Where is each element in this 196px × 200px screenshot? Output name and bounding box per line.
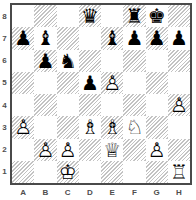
square-h1[interactable]: ♜♖ — [168, 161, 190, 183]
square-g3[interactable] — [146, 116, 168, 138]
square-e4[interactable] — [101, 94, 123, 116]
white-pawn-b2: ♟♙ — [34, 139, 56, 161]
file-label-a: A — [12, 186, 34, 198]
square-c3[interactable] — [57, 116, 79, 138]
square-e5[interactable]: ♟♙ — [101, 72, 123, 94]
white-rook-h1: ♜♖ — [168, 161, 190, 183]
white-pawn-h4: ♟♙ — [168, 94, 190, 116]
square-c2[interactable]: ♟♙ — [57, 139, 79, 161]
rank-labels: 87654321 — [0, 5, 9, 183]
square-a7[interactable]: ♟ — [12, 27, 34, 49]
square-b3[interactable] — [34, 116, 56, 138]
square-e6[interactable] — [101, 50, 123, 72]
rank-label-7: 7 — [0, 27, 9, 49]
square-h7[interactable]: ♟ — [168, 27, 190, 49]
square-b6[interactable]: ♟ — [34, 50, 56, 72]
square-a2[interactable] — [12, 139, 34, 161]
square-e1[interactable] — [101, 161, 123, 183]
black-pawn-g7: ♟ — [146, 27, 168, 49]
square-f2[interactable] — [123, 139, 145, 161]
black-bishop-e7: ♝ — [101, 27, 123, 49]
square-a1[interactable] — [12, 161, 34, 183]
square-g2[interactable]: ♟♙ — [146, 139, 168, 161]
white-knight-f3: ♞♘ — [123, 116, 145, 138]
square-e8[interactable] — [101, 5, 123, 27]
file-label-e: E — [101, 186, 123, 198]
black-rook-f8: ♜ — [123, 5, 145, 27]
square-c4[interactable] — [57, 94, 79, 116]
rank-label-8: 8 — [0, 5, 9, 27]
white-queen-e2: ♛♕ — [101, 139, 123, 161]
file-label-h: H — [168, 186, 190, 198]
rank-label-5: 5 — [0, 72, 9, 94]
square-h4[interactable]: ♟♙ — [168, 94, 190, 116]
file-label-c: C — [57, 186, 79, 198]
square-d2[interactable] — [79, 139, 101, 161]
black-bishop-b7: ♝ — [34, 27, 56, 49]
square-e7[interactable]: ♝ — [101, 27, 123, 49]
square-d7[interactable] — [79, 27, 101, 49]
square-a3[interactable]: ♟♙ — [12, 116, 34, 138]
square-b7[interactable]: ♝ — [34, 27, 56, 49]
square-a6[interactable] — [12, 50, 34, 72]
square-b4[interactable] — [34, 94, 56, 116]
square-c1[interactable]: ♚♔ — [57, 161, 79, 183]
rank-label-4: 4 — [0, 94, 9, 116]
square-b2[interactable]: ♟♙ — [34, 139, 56, 161]
black-pawn-b6: ♟ — [34, 50, 56, 72]
black-knight-c6: ♞ — [57, 50, 79, 72]
rank-label-2: 2 — [0, 139, 9, 161]
square-f1[interactable] — [123, 161, 145, 183]
square-a5[interactable] — [12, 72, 34, 94]
square-a4[interactable] — [12, 94, 34, 116]
file-label-f: F — [123, 186, 145, 198]
square-g4[interactable] — [146, 94, 168, 116]
black-pawn-d5: ♟ — [79, 72, 101, 94]
black-queen-d8: ♛ — [79, 5, 101, 27]
black-pawn-a7: ♟ — [12, 27, 34, 49]
white-pawn-g2: ♟♙ — [146, 139, 168, 161]
file-label-g: G — [146, 186, 168, 198]
square-h5[interactable] — [168, 72, 190, 94]
square-f3[interactable]: ♞♘ — [123, 116, 145, 138]
black-king-g8: ♚ — [146, 5, 168, 27]
file-labels: ABCDEFGH — [12, 186, 190, 198]
square-d3[interactable]: ♝♗ — [79, 116, 101, 138]
square-h2[interactable] — [168, 139, 190, 161]
square-e2[interactable]: ♛♕ — [101, 139, 123, 161]
white-pawn-a3: ♟♙ — [12, 116, 34, 138]
white-bishop-e3: ♝♗ — [101, 116, 123, 138]
square-c6[interactable]: ♞ — [57, 50, 79, 72]
board: ♛♜♚♟♝♝♟♟♟♟♞♟♟♙♟♙♟♙♝♗♝♗♞♘♟♙♟♙♛♕♟♙♚♔♜♖ — [10, 3, 192, 185]
square-g6[interactable] — [146, 50, 168, 72]
square-b8[interactable] — [34, 5, 56, 27]
square-d1[interactable] — [79, 161, 101, 183]
square-d6[interactable] — [79, 50, 101, 72]
square-c5[interactable] — [57, 72, 79, 94]
square-h3[interactable] — [168, 116, 190, 138]
black-pawn-f7: ♟ — [123, 27, 145, 49]
file-label-d: D — [79, 186, 101, 198]
square-g1[interactable] — [146, 161, 168, 183]
square-c7[interactable] — [57, 27, 79, 49]
square-b5[interactable] — [34, 72, 56, 94]
square-f4[interactable] — [123, 94, 145, 116]
square-b1[interactable] — [34, 161, 56, 183]
square-f6[interactable] — [123, 50, 145, 72]
square-e3[interactable]: ♝♗ — [101, 116, 123, 138]
square-d4[interactable] — [79, 94, 101, 116]
rank-label-3: 3 — [0, 116, 9, 138]
white-king-c1: ♚♔ — [57, 161, 79, 183]
square-f7[interactable]: ♟ — [123, 27, 145, 49]
square-g7[interactable]: ♟ — [146, 27, 168, 49]
square-c8[interactable] — [57, 5, 79, 27]
chess-diagram: 87654321 ♛♜♚♟♝♝♟♟♟♟♞♟♟♙♟♙♟♙♝♗♝♗♞♘♟♙♟♙♛♕♟… — [0, 0, 196, 200]
square-f5[interactable] — [123, 72, 145, 94]
file-label-b: B — [34, 186, 56, 198]
square-g8[interactable]: ♚ — [146, 5, 168, 27]
white-pawn-e5: ♟♙ — [101, 72, 123, 94]
rank-label-6: 6 — [0, 50, 9, 72]
white-pawn-c2: ♟♙ — [57, 139, 79, 161]
rank-label-1: 1 — [0, 161, 9, 183]
square-g5[interactable] — [146, 72, 168, 94]
square-d8[interactable]: ♛ — [79, 5, 101, 27]
square-h6[interactable] — [168, 50, 190, 72]
square-d5[interactable]: ♟ — [79, 72, 101, 94]
white-bishop-d3: ♝♗ — [79, 116, 101, 138]
black-pawn-h7: ♟ — [168, 27, 190, 49]
square-h8[interactable] — [168, 5, 190, 27]
square-a8[interactable] — [12, 5, 34, 27]
square-f8[interactable]: ♜ — [123, 5, 145, 27]
